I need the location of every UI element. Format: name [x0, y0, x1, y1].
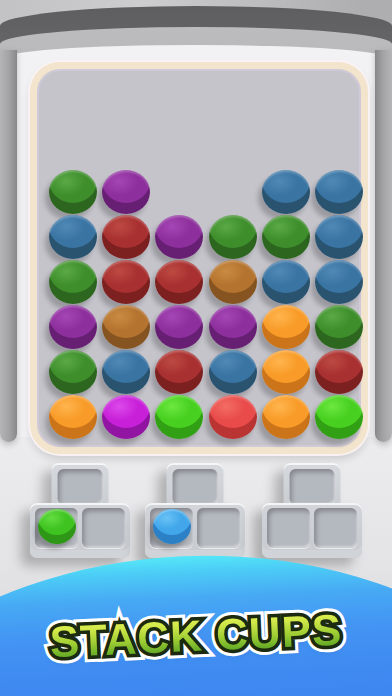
cup-r1c5-blue[interactable] — [262, 170, 310, 214]
tray-1 — [30, 463, 130, 558]
board-cell-r3c6 — [313, 259, 366, 304]
tray-1-slot-bottom_left[interactable] — [35, 508, 78, 548]
board-cell-r1c1 — [46, 169, 99, 214]
board-cell-r5c4 — [206, 349, 259, 394]
cup-r2c5-green[interactable] — [262, 215, 310, 259]
cup-r4c2-brown[interactable] — [102, 305, 150, 349]
cup-r4c6-green[interactable] — [315, 305, 363, 349]
cup-r4c1-purple[interactable] — [49, 305, 97, 349]
tray-2-cup-tray_blue[interactable] — [153, 509, 191, 544]
tray-1-slot-top[interactable] — [58, 469, 103, 505]
tray-3-slot-bottom_left[interactable] — [267, 508, 310, 548]
board-cell-r3c4 — [206, 259, 259, 304]
board-cell-r5c2 — [99, 349, 152, 394]
cup-r3c4-brown[interactable] — [209, 260, 257, 304]
cup-r1c2-purple[interactable] — [102, 170, 150, 214]
tray-3-top-frame — [284, 463, 341, 507]
cup-r3c2-darkred[interactable] — [102, 260, 150, 304]
board-cell-r5c5 — [259, 349, 312, 394]
tray-3-slot-top[interactable] — [290, 469, 335, 505]
board-cell-r4c2 — [99, 304, 152, 349]
board-cell-r1c6 — [313, 169, 366, 214]
cup-r6c6-lime[interactable] — [315, 395, 363, 439]
cup-r5c4-blue[interactable] — [209, 350, 257, 394]
board-cell-r3c1 — [46, 259, 99, 304]
tray-2-slot-bottom_left[interactable] — [150, 508, 193, 548]
cup-r2c6-blue[interactable] — [315, 215, 363, 259]
tray-1-cup-tray_green[interactable] — [38, 509, 76, 544]
tray-1-bottom-frame — [30, 503, 130, 558]
board-cell-r1c3 — [153, 169, 206, 214]
tray-2 — [145, 463, 245, 558]
board-cell-r6c4 — [206, 394, 259, 439]
tray-3-bottom-frame — [262, 503, 362, 558]
cup-r6c5-orange[interactable] — [262, 395, 310, 439]
board-cell-r2c5 — [259, 214, 312, 259]
board-cell-r6c5 — [259, 394, 312, 439]
cup-r2c2-darkred[interactable] — [102, 215, 150, 259]
board-cell-r4c1 — [46, 304, 99, 349]
tray-1-slot-bottom_right[interactable] — [82, 508, 125, 548]
cup-r3c3-darkred[interactable] — [155, 260, 203, 304]
cup-r6c2-magenta[interactable] — [102, 395, 150, 439]
board-cell-r1c4 — [206, 169, 259, 214]
cup-r6c4-red[interactable] — [209, 395, 257, 439]
machine-side-rail-left — [0, 50, 17, 442]
board-cell-r3c2 — [99, 259, 152, 304]
board-cell-r2c1 — [46, 214, 99, 259]
tray-2-slot-top[interactable] — [173, 469, 218, 505]
cup-r3c5-blue[interactable] — [262, 260, 310, 304]
board-cell-r4c4 — [206, 304, 259, 349]
cup-r4c5-orange[interactable] — [262, 305, 310, 349]
stack-cups-screen: { "game": "stack-cups (color cup stackin… — [0, 0, 392, 696]
board-cell-r3c5 — [259, 259, 312, 304]
tray-2-slot-bottom_right[interactable] — [197, 508, 240, 548]
board-cell-r6c1 — [46, 394, 99, 439]
cup-r4c4-purple[interactable] — [209, 305, 257, 349]
cup-r2c1-blue[interactable] — [49, 215, 97, 259]
board-cell-r1c5 — [259, 169, 312, 214]
cup-r5c6-darkred[interactable] — [315, 350, 363, 394]
tray-3-slot-bottom_right[interactable] — [314, 508, 357, 548]
board-cell-r4c6 — [313, 304, 366, 349]
tray-3 — [262, 463, 362, 558]
cup-grid — [46, 78, 366, 450]
board-cell-r2c2 — [99, 214, 152, 259]
board-cell-r6c6 — [313, 394, 366, 439]
board-cell-r4c3 — [153, 304, 206, 349]
tray-2-top-frame — [167, 463, 224, 507]
board-cell-r6c2 — [99, 394, 152, 439]
board-cell-r5c6 — [313, 349, 366, 394]
cup-r2c3-purple[interactable] — [155, 215, 203, 259]
cup-r1c1-green[interactable] — [49, 170, 97, 214]
cup-r2c4-green[interactable] — [209, 215, 257, 259]
cup-r6c1-orange[interactable] — [49, 395, 97, 439]
cup-r5c1-green[interactable] — [49, 350, 97, 394]
cup-r5c3-darkred[interactable] — [155, 350, 203, 394]
board-cell-r2c3 — [153, 214, 206, 259]
machine-side-rail-right — [375, 50, 392, 442]
board-cell-r3c3 — [153, 259, 206, 304]
board-cell-r6c3 — [153, 394, 206, 439]
board-cell-r2c6 — [313, 214, 366, 259]
board-cell-r5c3 — [153, 349, 206, 394]
cup-r4c3-purple[interactable] — [155, 305, 203, 349]
board-cell-r1c2 — [99, 169, 152, 214]
cup-r5c2-blue[interactable] — [102, 350, 150, 394]
board-cell-r5c1 — [46, 349, 99, 394]
cup-r3c1-green[interactable] — [49, 260, 97, 304]
cup-board — [30, 62, 368, 454]
cup-r3c6-blue[interactable] — [315, 260, 363, 304]
cup-r6c3-lime[interactable] — [155, 395, 203, 439]
board-cell-r2c4 — [206, 214, 259, 259]
tray-1-top-frame — [52, 463, 109, 507]
cup-r1c6-blue[interactable] — [315, 170, 363, 214]
board-cell-r4c5 — [259, 304, 312, 349]
cup-r5c5-orange[interactable] — [262, 350, 310, 394]
tray-2-bottom-frame — [145, 503, 245, 558]
